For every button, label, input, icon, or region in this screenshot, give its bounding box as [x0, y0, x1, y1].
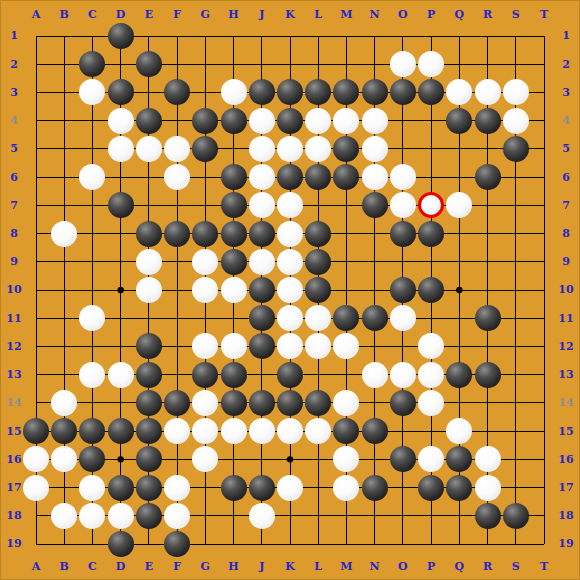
- white-stone[interactable]: [164, 503, 190, 529]
- black-stone[interactable]: [446, 108, 472, 134]
- black-stone[interactable]: [136, 108, 162, 134]
- white-stone[interactable]: [333, 333, 359, 359]
- black-stone[interactable]: [503, 136, 529, 162]
- black-stone[interactable]: [277, 164, 303, 190]
- white-stone[interactable]: [277, 192, 303, 218]
- black-stone[interactable]: [164, 531, 190, 557]
- white-stone[interactable]: [249, 249, 275, 275]
- black-stone[interactable]: [221, 192, 247, 218]
- white-stone[interactable]: [51, 221, 77, 247]
- black-stone[interactable]: [446, 475, 472, 501]
- black-stone[interactable]: [221, 362, 247, 388]
- white-stone[interactable]: [249, 136, 275, 162]
- black-stone[interactable]: [418, 79, 444, 105]
- black-stone[interactable]: [192, 108, 218, 134]
- white-stone[interactable]: [333, 108, 359, 134]
- black-stone[interactable]: [164, 221, 190, 247]
- black-stone[interactable]: [192, 362, 218, 388]
- white-stone[interactable]: [192, 333, 218, 359]
- black-stone[interactable]: [362, 79, 388, 105]
- white-stone[interactable]: [277, 333, 303, 359]
- black-stone[interactable]: [192, 221, 218, 247]
- white-stone[interactable]: [136, 136, 162, 162]
- white-stone[interactable]: [390, 305, 416, 331]
- black-stone[interactable]: [136, 446, 162, 472]
- black-stone[interactable]: [249, 475, 275, 501]
- white-stone[interactable]: [79, 305, 105, 331]
- black-stone[interactable]: [390, 221, 416, 247]
- black-stone[interactable]: [79, 51, 105, 77]
- white-stone[interactable]: [503, 108, 529, 134]
- white-stone[interactable]: [418, 51, 444, 77]
- last-move-stone[interactable]: [418, 192, 444, 218]
- white-stone[interactable]: [277, 418, 303, 444]
- black-stone[interactable]: [277, 362, 303, 388]
- white-stone[interactable]: [249, 164, 275, 190]
- black-stone[interactable]: [390, 79, 416, 105]
- black-stone[interactable]: [79, 418, 105, 444]
- white-stone[interactable]: [305, 136, 331, 162]
- black-stone[interactable]: [418, 277, 444, 303]
- black-stone[interactable]: [362, 475, 388, 501]
- white-stone[interactable]: [475, 79, 501, 105]
- black-stone[interactable]: [475, 108, 501, 134]
- black-stone[interactable]: [446, 362, 472, 388]
- black-stone[interactable]: [446, 446, 472, 472]
- black-stone[interactable]: [305, 277, 331, 303]
- black-stone[interactable]: [305, 249, 331, 275]
- black-stone[interactable]: [249, 305, 275, 331]
- white-stone[interactable]: [79, 79, 105, 105]
- black-stone[interactable]: [221, 164, 247, 190]
- white-stone[interactable]: [249, 503, 275, 529]
- white-stone[interactable]: [79, 362, 105, 388]
- white-stone[interactable]: [249, 192, 275, 218]
- white-stone[interactable]: [192, 418, 218, 444]
- white-stone[interactable]: [221, 333, 247, 359]
- black-stone[interactable]: [108, 79, 134, 105]
- black-stone[interactable]: [362, 192, 388, 218]
- white-stone[interactable]: [446, 79, 472, 105]
- white-stone[interactable]: [23, 446, 49, 472]
- black-stone[interactable]: [136, 503, 162, 529]
- black-stone[interactable]: [305, 390, 331, 416]
- black-stone[interactable]: [221, 108, 247, 134]
- white-stone[interactable]: [475, 446, 501, 472]
- black-stone[interactable]: [249, 333, 275, 359]
- white-stone[interactable]: [51, 446, 77, 472]
- white-stone[interactable]: [277, 249, 303, 275]
- black-stone[interactable]: [475, 362, 501, 388]
- white-stone[interactable]: [51, 503, 77, 529]
- black-stone[interactable]: [418, 475, 444, 501]
- black-stone[interactable]: [51, 418, 77, 444]
- black-stone[interactable]: [221, 475, 247, 501]
- white-stone[interactable]: [164, 164, 190, 190]
- black-stone[interactable]: [136, 362, 162, 388]
- white-stone[interactable]: [446, 192, 472, 218]
- black-stone[interactable]: [249, 221, 275, 247]
- white-stone[interactable]: [192, 249, 218, 275]
- white-stone[interactable]: [136, 249, 162, 275]
- white-stone[interactable]: [79, 164, 105, 190]
- white-stone[interactable]: [164, 418, 190, 444]
- white-stone[interactable]: [418, 390, 444, 416]
- white-stone[interactable]: [277, 221, 303, 247]
- black-stone[interactable]: [305, 79, 331, 105]
- white-stone[interactable]: [192, 277, 218, 303]
- white-stone[interactable]: [221, 79, 247, 105]
- white-stone[interactable]: [277, 475, 303, 501]
- white-stone[interactable]: [108, 503, 134, 529]
- white-stone[interactable]: [192, 446, 218, 472]
- white-stone[interactable]: [418, 362, 444, 388]
- white-stone[interactable]: [277, 136, 303, 162]
- go-board[interactable]: [22, 22, 558, 558]
- black-stone[interactable]: [108, 23, 134, 49]
- black-stone[interactable]: [23, 418, 49, 444]
- white-stone[interactable]: [108, 108, 134, 134]
- white-stone[interactable]: [362, 108, 388, 134]
- white-stone[interactable]: [79, 503, 105, 529]
- black-stone[interactable]: [333, 305, 359, 331]
- black-stone[interactable]: [503, 503, 529, 529]
- white-stone[interactable]: [249, 418, 275, 444]
- white-stone[interactable]: [23, 475, 49, 501]
- black-stone[interactable]: [475, 503, 501, 529]
- black-stone[interactable]: [249, 277, 275, 303]
- black-stone[interactable]: [221, 221, 247, 247]
- white-stone[interactable]: [221, 277, 247, 303]
- white-stone[interactable]: [333, 475, 359, 501]
- white-stone[interactable]: [192, 390, 218, 416]
- black-stone[interactable]: [136, 51, 162, 77]
- black-stone[interactable]: [136, 418, 162, 444]
- white-stone[interactable]: [136, 277, 162, 303]
- white-stone[interactable]: [446, 418, 472, 444]
- white-stone[interactable]: [390, 51, 416, 77]
- black-stone[interactable]: [390, 390, 416, 416]
- black-stone[interactable]: [333, 418, 359, 444]
- white-stone[interactable]: [277, 305, 303, 331]
- black-stone[interactable]: [221, 390, 247, 416]
- black-stone[interactable]: [333, 164, 359, 190]
- black-stone[interactable]: [475, 164, 501, 190]
- black-stone[interactable]: [136, 333, 162, 359]
- white-stone[interactable]: [475, 475, 501, 501]
- black-stone[interactable]: [333, 136, 359, 162]
- black-stone[interactable]: [108, 418, 134, 444]
- white-stone[interactable]: [362, 362, 388, 388]
- black-stone[interactable]: [475, 305, 501, 331]
- black-stone[interactable]: [136, 475, 162, 501]
- black-stone[interactable]: [305, 164, 331, 190]
- white-stone[interactable]: [164, 475, 190, 501]
- white-stone[interactable]: [418, 446, 444, 472]
- black-stone[interactable]: [108, 475, 134, 501]
- white-stone[interactable]: [305, 108, 331, 134]
- black-stone[interactable]: [108, 192, 134, 218]
- white-stone[interactable]: [221, 418, 247, 444]
- black-stone[interactable]: [136, 221, 162, 247]
- white-stone[interactable]: [390, 164, 416, 190]
- white-stone[interactable]: [362, 136, 388, 162]
- white-stone[interactable]: [51, 390, 77, 416]
- white-stone[interactable]: [305, 305, 331, 331]
- black-stone[interactable]: [277, 390, 303, 416]
- white-stone[interactable]: [164, 136, 190, 162]
- black-stone[interactable]: [249, 79, 275, 105]
- black-stone[interactable]: [277, 108, 303, 134]
- white-stone[interactable]: [108, 362, 134, 388]
- white-stone[interactable]: [390, 192, 416, 218]
- black-stone[interactable]: [362, 418, 388, 444]
- white-stone[interactable]: [277, 277, 303, 303]
- black-stone[interactable]: [390, 446, 416, 472]
- black-stone[interactable]: [221, 249, 247, 275]
- white-stone[interactable]: [108, 136, 134, 162]
- black-stone[interactable]: [305, 221, 331, 247]
- black-stone[interactable]: [79, 446, 105, 472]
- black-stone[interactable]: [418, 221, 444, 247]
- black-stone[interactable]: [362, 305, 388, 331]
- black-stone[interactable]: [108, 531, 134, 557]
- go-board-screenshot: { "game": "go", "board": { "size": 19, "…: [0, 0, 580, 580]
- white-stone[interactable]: [418, 333, 444, 359]
- white-stone[interactable]: [305, 418, 331, 444]
- black-stone[interactable]: [333, 79, 359, 105]
- white-stone[interactable]: [503, 79, 529, 105]
- black-stone[interactable]: [249, 390, 275, 416]
- white-stone[interactable]: [390, 362, 416, 388]
- white-stone[interactable]: [79, 475, 105, 501]
- white-stone[interactable]: [362, 164, 388, 190]
- white-stone[interactable]: [305, 333, 331, 359]
- black-stone[interactable]: [164, 390, 190, 416]
- white-stone[interactable]: [333, 446, 359, 472]
- white-stone[interactable]: [333, 390, 359, 416]
- black-stone[interactable]: [390, 277, 416, 303]
- black-stone[interactable]: [277, 79, 303, 105]
- black-stone[interactable]: [192, 136, 218, 162]
- black-stone[interactable]: [164, 79, 190, 105]
- black-stone[interactable]: [136, 390, 162, 416]
- white-stone[interactable]: [249, 108, 275, 134]
